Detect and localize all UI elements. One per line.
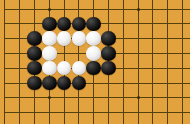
white-stone <box>42 46 57 61</box>
black-stone <box>27 46 42 61</box>
grid-line-vertical <box>4 0 5 124</box>
grid-line-vertical <box>138 0 139 124</box>
black-stone <box>101 46 116 61</box>
black-stone <box>42 76 57 91</box>
black-stone <box>57 17 72 32</box>
white-stone <box>57 31 72 46</box>
grid-line-horizontal <box>4 97 190 98</box>
black-stone <box>27 76 42 91</box>
grid-line-vertical <box>152 0 153 124</box>
grid-line-vertical <box>167 0 168 124</box>
black-stone <box>27 61 42 76</box>
black-stone <box>57 76 72 91</box>
grid-line-horizontal <box>4 9 190 10</box>
white-stone <box>57 61 72 76</box>
black-stone <box>86 61 101 76</box>
grid-line-horizontal <box>4 112 190 113</box>
grid-line-vertical <box>19 0 20 124</box>
star-point <box>48 96 51 99</box>
grid-line-vertical <box>182 0 183 124</box>
grid-line-vertical <box>123 0 124 124</box>
go-app-window <box>0 0 190 124</box>
white-stone <box>42 61 57 76</box>
white-stone <box>72 31 87 46</box>
star-point <box>137 96 140 99</box>
white-stone <box>42 31 57 46</box>
star-point <box>48 8 51 11</box>
go-board[interactable] <box>0 0 190 124</box>
black-stone <box>42 17 57 32</box>
white-stone <box>72 61 87 76</box>
black-stone <box>27 31 42 46</box>
star-point <box>137 8 140 11</box>
black-stone <box>101 61 116 76</box>
black-stone <box>101 31 116 46</box>
white-stone <box>86 46 101 61</box>
black-stone <box>72 76 87 91</box>
black-stone <box>86 17 101 32</box>
black-stone <box>72 17 87 32</box>
white-stone <box>86 31 101 46</box>
